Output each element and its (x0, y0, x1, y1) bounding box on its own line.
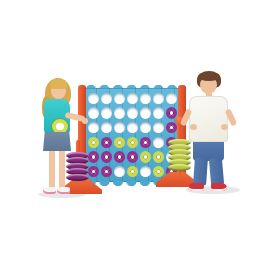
board-cell-r5c5 (139, 150, 152, 165)
girl-shoe (57, 187, 70, 194)
board-cell-r3c1 (87, 120, 100, 135)
board-cell-r5c6 (152, 150, 165, 165)
boy-hair-fringe (198, 72, 220, 81)
yellow-disc (88, 137, 99, 149)
empty-hole (127, 93, 138, 105)
empty-hole (153, 122, 164, 134)
empty-hole (140, 166, 151, 178)
board-cell-r1c5 (139, 91, 152, 106)
board-cell-r1c7 (165, 91, 178, 106)
boy-hand-on-hip (221, 124, 228, 130)
board-cell-r6c6 (152, 164, 165, 179)
board-cell-r2c6 (152, 106, 165, 121)
purple-disc-stack (66, 152, 90, 186)
empty-hole (101, 122, 112, 134)
yellow-stacked-disc (168, 164, 191, 171)
boy-leg (209, 157, 224, 185)
purple-disc (101, 151, 112, 163)
empty-hole (140, 122, 151, 134)
empty-hole (153, 107, 164, 119)
board-cell-r4c3 (113, 135, 126, 150)
empty-hole (114, 166, 125, 178)
girl-hair-fringe (50, 79, 67, 89)
board-cell-r6c5 (139, 164, 152, 179)
board-cell-r4c1 (87, 135, 100, 150)
product-photo-giant-connect-four (0, 0, 260, 260)
board-cell-r2c4 (126, 106, 139, 121)
yellow-disc (127, 166, 138, 178)
empty-hole (127, 107, 138, 119)
girl-leg (49, 150, 55, 189)
board-cell-r4c4 (126, 135, 139, 150)
empty-hole (140, 107, 151, 119)
board-cell-r2c5 (139, 106, 152, 121)
empty-hole (127, 122, 138, 134)
purple-stacked-disc (66, 174, 89, 181)
board-cell-r4c2 (100, 135, 113, 150)
boy-red-shoe (211, 183, 227, 191)
empty-hole (88, 93, 99, 105)
empty-hole (88, 107, 99, 119)
empty-hole (140, 93, 151, 105)
yellow-disc (153, 151, 164, 163)
board-cell-r2c3 (113, 106, 126, 121)
board-cell-r3c5 (139, 120, 152, 135)
empty-hole (114, 93, 125, 105)
boy-hand-on-hip (190, 124, 197, 130)
boy-leg (193, 158, 208, 186)
board-cell-r6c3 (113, 164, 126, 179)
empty-hole (101, 107, 112, 119)
board-cell-r3c2 (100, 120, 113, 135)
board-cell-r1c6 (152, 91, 165, 106)
empty-hole (114, 122, 125, 134)
board-cell-r4c5 (139, 135, 152, 150)
boy-red-shoe (188, 183, 204, 191)
board-cell-r4c6 (152, 135, 165, 150)
girl-denim-skirt (43, 132, 71, 151)
purple-disc (101, 137, 112, 149)
board-cell-r6c4 (126, 164, 139, 179)
yellow-disc (153, 166, 164, 178)
yellow-disc (127, 137, 138, 149)
empty-hole (153, 137, 164, 149)
girl-held-yellow-disc (52, 119, 68, 134)
girl-hand-on-post (82, 118, 88, 124)
board-cell-r5c4 (126, 150, 139, 165)
board-cell-r1c1 (87, 91, 100, 106)
board-cell-r3c4 (126, 120, 139, 135)
girl-shoe (43, 187, 56, 194)
empty-hole (101, 93, 112, 105)
board-cell-r1c3 (113, 91, 126, 106)
board-cell-r2c2 (100, 106, 113, 121)
purple-disc (127, 151, 138, 163)
board-cell-r3c3 (113, 120, 126, 135)
yellow-disc-stack (168, 139, 192, 177)
board-cell-r3c6 (152, 120, 165, 135)
board-cell-r6c2 (100, 164, 113, 179)
purple-disc (140, 137, 151, 149)
board-cell-r5c2 (100, 150, 113, 165)
boy-white-tshirt (189, 96, 228, 142)
girl-leg (59, 150, 65, 189)
purple-disc (114, 151, 125, 163)
board-cell-r1c2 (100, 91, 113, 106)
empty-hole (153, 93, 164, 105)
connect-four-grid (87, 91, 178, 179)
board-cell-r2c1 (87, 106, 100, 121)
board-cell-r5c3 (113, 150, 126, 165)
purple-disc (101, 166, 112, 178)
empty-hole (166, 93, 177, 105)
empty-hole (88, 122, 99, 134)
yellow-disc (140, 151, 151, 163)
board-cell-r1c4 (126, 91, 139, 106)
empty-hole (114, 107, 125, 119)
yellow-disc (114, 137, 125, 149)
